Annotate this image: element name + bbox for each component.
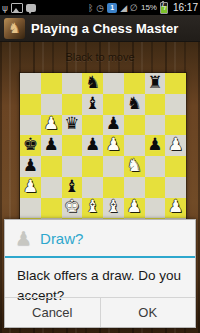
square-h4[interactable] — [165, 156, 186, 177]
status-right-icons: ᛒ ◷ 1 ◢ ∅ 15% ϟ 16:17 — [88, 2, 198, 14]
square-c5[interactable] — [62, 135, 83, 156]
piece-black-king: ♚ — [23, 136, 38, 153]
piece-black-pawn: ♟ — [44, 136, 59, 153]
piece-white-pawn: ♟ — [23, 178, 38, 195]
ok-button[interactable]: OK — [100, 298, 196, 327]
square-b8[interactable] — [41, 73, 62, 94]
square-g8[interactable]: ♜ — [145, 73, 166, 94]
square-c2[interactable]: ♚ — [62, 198, 83, 219]
square-b2[interactable] — [41, 198, 62, 219]
piece-white-bishop: ♝ — [85, 198, 100, 215]
piece-white-knight: ♞ — [127, 157, 142, 174]
square-g5[interactable]: ♟ — [145, 135, 166, 156]
piece-white-pawn: ♟ — [168, 136, 183, 153]
square-f6[interactable] — [124, 115, 145, 136]
square-d3[interactable] — [82, 177, 103, 198]
usb-icon: ψ — [2, 3, 8, 13]
bluetooth-icon: ᛒ — [88, 3, 93, 13]
square-a3[interactable]: ♟ — [20, 177, 41, 198]
piece-white-king: ♚ — [64, 198, 79, 215]
square-c8[interactable] — [62, 73, 83, 94]
square-g6[interactable] — [145, 115, 166, 136]
square-e8[interactable] — [103, 73, 124, 94]
square-h2[interactable]: ♟ — [165, 198, 186, 219]
piece-black-knight: ♞ — [127, 95, 142, 112]
chess-board[interactable]: ♞♜♝♞♟♛♟♚♟♟♟♟♟♟♞♟♝♚♝♝♟♟ — [19, 72, 187, 240]
piece-white-pawn: ♟ — [168, 198, 183, 215]
square-h3[interactable] — [165, 177, 186, 198]
square-f8[interactable] — [124, 73, 145, 94]
square-a7[interactable] — [20, 94, 41, 115]
square-c6[interactable]: ♛ — [62, 115, 83, 136]
square-f5[interactable] — [124, 135, 145, 156]
notification-badge: 1 — [107, 3, 117, 13]
square-g4[interactable] — [145, 156, 166, 177]
square-h8[interactable] — [165, 73, 186, 94]
draw-dialog: ♟ Draw? Black offers a draw. Do you acce… — [4, 219, 196, 328]
square-g7[interactable] — [145, 94, 166, 115]
piece-black-pawn: ♟ — [106, 115, 121, 132]
square-a6[interactable] — [20, 115, 41, 136]
battery-icon: ϟ — [160, 2, 168, 14]
square-e5[interactable]: ♟ — [103, 135, 124, 156]
square-b3[interactable] — [41, 177, 62, 198]
piece-black-bishop: ♝ — [64, 178, 79, 195]
square-a2[interactable] — [20, 198, 41, 219]
square-e2[interactable]: ♝ — [103, 198, 124, 219]
square-f4[interactable]: ♞ — [124, 156, 145, 177]
square-h6[interactable] — [165, 115, 186, 136]
dialog-button-bar: Cancel OK — [5, 297, 195, 327]
square-h5[interactable]: ♟ — [165, 135, 186, 156]
square-a8[interactable] — [20, 73, 41, 94]
alarm-icon: ◷ — [96, 3, 104, 13]
square-g3[interactable] — [145, 177, 166, 198]
square-b5[interactable]: ♟ — [41, 135, 62, 156]
gallery-icon — [11, 3, 23, 13]
piece-white-bishop: ♝ — [106, 198, 121, 215]
square-f2[interactable]: ♟ — [124, 198, 145, 219]
square-h7[interactable] — [165, 94, 186, 115]
clock-time: 16:17 — [173, 2, 198, 13]
square-a5[interactable]: ♚ — [20, 135, 41, 156]
square-d7[interactable]: ♝ — [82, 94, 103, 115]
square-d2[interactable]: ♝ — [82, 198, 103, 219]
piece-black-bishop: ♝ — [85, 95, 100, 112]
square-e4[interactable] — [103, 156, 124, 177]
square-d5[interactable]: ♟ — [82, 135, 103, 156]
square-f7[interactable]: ♞ — [124, 94, 145, 115]
piece-white-pawn: ♟ — [127, 198, 142, 215]
piece-black-queen: ♛ — [64, 115, 79, 132]
piece-white-pawn: ♟ — [106, 136, 121, 153]
square-f3[interactable] — [124, 177, 145, 198]
piece-black-pawn: ♟ — [85, 136, 100, 153]
battery-percent: 15% — [141, 3, 157, 12]
square-e3[interactable] — [103, 177, 124, 198]
piece-black-knight: ♞ — [85, 74, 100, 91]
status-bar: ψ ᛒ ◷ 1 ◢ ∅ 15% ϟ 16:17 — [0, 0, 200, 15]
turn-indicator: Black to move — [0, 51, 200, 63]
square-a4[interactable]: ♟ — [20, 156, 41, 177]
square-d8[interactable]: ♞ — [82, 73, 103, 94]
square-c7[interactable] — [62, 94, 83, 115]
square-c3[interactable]: ♝ — [62, 177, 83, 198]
square-d6[interactable] — [82, 115, 103, 136]
app-title: Playing a Chess Master — [31, 21, 178, 36]
square-e6[interactable]: ♟ — [103, 115, 124, 136]
dialog-title: Draw? — [40, 230, 83, 247]
title-bar: ♞ Playing a Chess Master — [0, 15, 200, 42]
square-b4[interactable] — [41, 156, 62, 177]
pawn-icon: ♟ — [15, 229, 32, 248]
phone-screen: ψ ᛒ ◷ 1 ◢ ∅ 15% ϟ 16:17 ♞ Playing a Ches… — [0, 0, 200, 333]
piece-white-pawn: ♟ — [44, 115, 59, 132]
piece-black-pawn: ♟ — [23, 157, 38, 174]
piece-black-pawn: ♟ — [147, 136, 162, 153]
cancel-button[interactable]: Cancel — [5, 298, 100, 327]
app-icon[interactable]: ♞ — [4, 18, 25, 39]
dialog-title-row: ♟ Draw? — [5, 220, 195, 256]
signal-icon: ◢ — [120, 3, 127, 13]
status-left-icons: ψ — [2, 3, 36, 13]
piece-black-rook: ♜ — [147, 74, 162, 91]
square-d4[interactable] — [82, 156, 103, 177]
square-e7[interactable] — [103, 94, 124, 115]
square-c4[interactable] — [62, 156, 83, 177]
charging-bolt-icon: ϟ — [161, 2, 167, 13]
square-b6[interactable]: ♟ — [41, 115, 62, 136]
no-network-icon: ∅ — [130, 3, 138, 13]
chat-icon — [26, 4, 36, 12]
square-g2[interactable] — [145, 198, 166, 219]
square-b7[interactable] — [41, 94, 62, 115]
